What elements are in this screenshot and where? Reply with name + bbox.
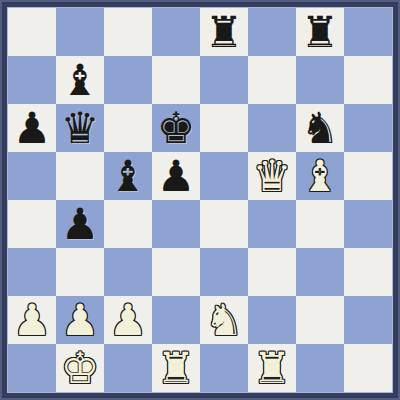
chess-board-frame: ♜♜♝♟♛♚♞♝♟♛♝♟♟♟♟♞♚♜♜ — [0, 0, 400, 400]
white-knight-piece[interactable]: ♞ — [200, 296, 248, 344]
square-a1[interactable] — [8, 344, 56, 392]
square-d7[interactable] — [152, 56, 200, 104]
square-c5[interactable]: ♝ — [104, 152, 152, 200]
square-g5[interactable]: ♝ — [296, 152, 344, 200]
square-b6[interactable]: ♛ — [56, 104, 104, 152]
white-pawn-piece[interactable]: ♟ — [56, 296, 104, 344]
black-king-piece[interactable]: ♚ — [152, 104, 200, 152]
square-e1[interactable] — [200, 344, 248, 392]
square-c6[interactable] — [104, 104, 152, 152]
square-d2[interactable] — [152, 296, 200, 344]
square-a4[interactable] — [8, 200, 56, 248]
square-d6[interactable]: ♚ — [152, 104, 200, 152]
black-pawn-piece[interactable]: ♟ — [56, 200, 104, 248]
black-bishop-piece[interactable]: ♝ — [56, 56, 104, 104]
square-e5[interactable] — [200, 152, 248, 200]
square-b3[interactable] — [56, 248, 104, 296]
black-knight-piece[interactable]: ♞ — [296, 104, 344, 152]
white-rook-piece[interactable]: ♜ — [152, 344, 200, 392]
black-queen-piece[interactable]: ♛ — [56, 104, 104, 152]
square-c3[interactable] — [104, 248, 152, 296]
square-h2[interactable] — [344, 296, 392, 344]
square-g8[interactable]: ♜ — [296, 8, 344, 56]
square-f5[interactable]: ♛ — [248, 152, 296, 200]
square-d4[interactable] — [152, 200, 200, 248]
square-g3[interactable] — [296, 248, 344, 296]
square-c7[interactable] — [104, 56, 152, 104]
square-e7[interactable] — [200, 56, 248, 104]
square-f6[interactable] — [248, 104, 296, 152]
square-b5[interactable] — [56, 152, 104, 200]
square-a7[interactable] — [8, 56, 56, 104]
white-queen-piece[interactable]: ♛ — [248, 152, 296, 200]
black-rook-piece[interactable]: ♜ — [296, 8, 344, 56]
square-b8[interactable] — [56, 8, 104, 56]
square-c1[interactable] — [104, 344, 152, 392]
white-king-piece[interactable]: ♚ — [56, 344, 104, 392]
square-a5[interactable] — [8, 152, 56, 200]
square-h4[interactable] — [344, 200, 392, 248]
square-d3[interactable] — [152, 248, 200, 296]
square-h5[interactable] — [344, 152, 392, 200]
white-rook-piece[interactable]: ♜ — [248, 344, 296, 392]
square-d1[interactable]: ♜ — [152, 344, 200, 392]
black-pawn-piece[interactable]: ♟ — [152, 152, 200, 200]
chess-board: ♜♜♝♟♛♚♞♝♟♛♝♟♟♟♟♞♚♜♜ — [8, 8, 392, 392]
black-bishop-piece[interactable]: ♝ — [104, 152, 152, 200]
square-e6[interactable] — [200, 104, 248, 152]
square-b1[interactable]: ♚ — [56, 344, 104, 392]
square-h8[interactable] — [344, 8, 392, 56]
square-f2[interactable] — [248, 296, 296, 344]
square-c8[interactable] — [104, 8, 152, 56]
square-g2[interactable] — [296, 296, 344, 344]
square-h1[interactable] — [344, 344, 392, 392]
square-a8[interactable] — [8, 8, 56, 56]
black-rook-piece[interactable]: ♜ — [200, 8, 248, 56]
square-a3[interactable] — [8, 248, 56, 296]
white-bishop-piece[interactable]: ♝ — [296, 152, 344, 200]
square-f8[interactable] — [248, 8, 296, 56]
square-b2[interactable]: ♟ — [56, 296, 104, 344]
square-c4[interactable] — [104, 200, 152, 248]
white-pawn-piece[interactable]: ♟ — [8, 296, 56, 344]
square-f1[interactable]: ♜ — [248, 344, 296, 392]
square-e4[interactable] — [200, 200, 248, 248]
square-f3[interactable] — [248, 248, 296, 296]
square-h7[interactable] — [344, 56, 392, 104]
square-f4[interactable] — [248, 200, 296, 248]
black-pawn-piece[interactable]: ♟ — [8, 104, 56, 152]
square-e2[interactable]: ♞ — [200, 296, 248, 344]
square-d5[interactable]: ♟ — [152, 152, 200, 200]
square-c2[interactable]: ♟ — [104, 296, 152, 344]
square-g4[interactable] — [296, 200, 344, 248]
square-e8[interactable]: ♜ — [200, 8, 248, 56]
square-a2[interactable]: ♟ — [8, 296, 56, 344]
square-f7[interactable] — [248, 56, 296, 104]
square-g7[interactable] — [296, 56, 344, 104]
square-g6[interactable]: ♞ — [296, 104, 344, 152]
square-b4[interactable]: ♟ — [56, 200, 104, 248]
square-b7[interactable]: ♝ — [56, 56, 104, 104]
square-d8[interactable] — [152, 8, 200, 56]
square-h6[interactable] — [344, 104, 392, 152]
square-g1[interactable] — [296, 344, 344, 392]
square-a6[interactable]: ♟ — [8, 104, 56, 152]
square-e3[interactable] — [200, 248, 248, 296]
white-pawn-piece[interactable]: ♟ — [104, 296, 152, 344]
square-h3[interactable] — [344, 248, 392, 296]
